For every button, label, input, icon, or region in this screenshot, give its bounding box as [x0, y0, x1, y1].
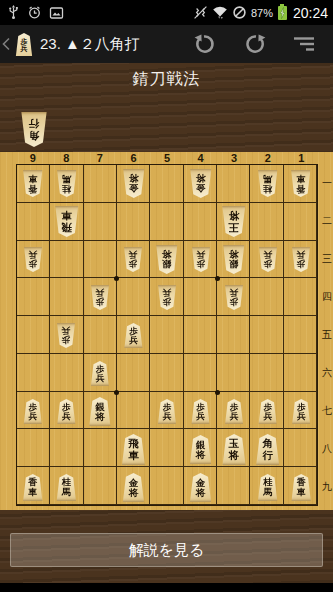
- board-cell-8-3[interactable]: [50, 241, 83, 279]
- undo-icon[interactable]: [193, 32, 217, 56]
- board-cell-1-4[interactable]: [284, 278, 317, 316]
- board-cell-9-4[interactable]: [17, 278, 50, 316]
- hoshi-dot: [215, 276, 220, 281]
- piece-kanji: 将: [229, 250, 239, 260]
- piece-kanji: 金: [196, 184, 206, 194]
- board-cell-3-1[interactable]: [217, 165, 250, 203]
- status-bar: 87% 20:24: [0, 0, 333, 25]
- board-cell-9-2[interactable]: [17, 203, 50, 241]
- piece-kanji: 将: [229, 210, 240, 221]
- piece-kanji: 兵: [96, 289, 105, 298]
- piece-kanji: 将: [196, 450, 206, 460]
- board-cell-6-4[interactable]: [117, 278, 150, 316]
- piece-kanji: 兵: [29, 412, 38, 421]
- board-cell-6-7[interactable]: [117, 392, 150, 430]
- board-cell-1-5[interactable]: [284, 316, 317, 354]
- board-cell-8-6[interactable]: [50, 354, 83, 392]
- hoshi-dot: [114, 276, 119, 281]
- rank-label: 四: [321, 278, 333, 316]
- piece-kanji: 歩: [297, 260, 306, 269]
- board-cell-4-5[interactable]: [184, 316, 217, 354]
- piece-kanji: 香: [297, 184, 306, 193]
- board-cell-5-2[interactable]: [150, 203, 183, 241]
- move-piece-icon-top-char: 歩: [21, 38, 28, 45]
- file-label: 3: [217, 152, 251, 164]
- piece-kanji: 兵: [129, 251, 138, 260]
- status-right-icons: 87% 20:24: [193, 5, 333, 21]
- rank-label: 七: [321, 392, 333, 430]
- piece-kanji: 兵: [263, 251, 272, 260]
- piece-kanji: 金: [129, 184, 139, 194]
- mute-icon: [193, 5, 208, 20]
- file-label: 9: [16, 152, 50, 164]
- hand-piece-top-char: 角: [29, 130, 40, 141]
- battery-charging-icon: [278, 6, 287, 20]
- current-move-label: 23. ▲２八角打: [40, 25, 140, 63]
- piece-kanji: 兵: [196, 412, 205, 421]
- piece-kanji: 車: [28, 488, 37, 497]
- board-cell-2-4[interactable]: [250, 278, 283, 316]
- piece-kanji: 兵: [163, 412, 172, 421]
- board-cell-7-3[interactable]: [84, 241, 117, 279]
- board-cell-1-2[interactable]: [284, 203, 317, 241]
- piece-kanji: 歩: [129, 260, 138, 269]
- hoshi-dot: [215, 390, 220, 395]
- board-cell-2-5[interactable]: [250, 316, 283, 354]
- file-labels: 987654321: [16, 152, 318, 164]
- piece-kanji: 兵: [196, 251, 205, 260]
- board-cell-1-6[interactable]: [284, 354, 317, 392]
- piece-kanji: 馬: [62, 174, 71, 183]
- battery-percent: 87%: [251, 7, 273, 19]
- piece-kanji: 車: [297, 174, 306, 183]
- move-piece-icon: 歩 兵: [15, 33, 33, 56]
- piece-kanji: 玉: [229, 438, 240, 449]
- piece-kanji: 将: [129, 174, 139, 184]
- piece-kanji: 飛: [61, 222, 72, 233]
- piece-kanji: 馬: [263, 488, 272, 497]
- piece-kanji: 歩: [196, 260, 205, 269]
- piece-kanji: 馬: [62, 488, 71, 497]
- piece-kanji: 飛: [128, 438, 139, 449]
- piece-kanji: 歩: [29, 260, 38, 269]
- piece-kanji: 兵: [230, 412, 239, 421]
- piece-kanji: 車: [128, 450, 139, 461]
- usb-icon: [7, 5, 20, 20]
- piece-kanji: 将: [196, 174, 206, 184]
- piece-kanji: 桂: [62, 184, 71, 193]
- piece-kanji: 兵: [62, 412, 71, 421]
- piece-kanji: 歩: [62, 336, 71, 345]
- file-label: 7: [83, 152, 117, 164]
- piece-kanji: 角: [262, 438, 273, 449]
- board-cell-4-6[interactable]: [184, 354, 217, 392]
- menu-icon[interactable]: [292, 32, 316, 56]
- piece-kanji: 歩: [96, 298, 105, 307]
- piece-kanji: 将: [229, 450, 240, 461]
- file-label: 6: [117, 152, 151, 164]
- board-cell-1-8[interactable]: [284, 429, 317, 467]
- piece-kanji: 将: [162, 250, 172, 260]
- piece-kanji: 銀: [196, 440, 206, 450]
- piece-kanji: 金: [129, 478, 139, 488]
- board-cell-2-2[interactable]: [250, 203, 283, 241]
- clock-time: 20:24: [293, 5, 328, 21]
- board-cell-5-6[interactable]: [150, 354, 183, 392]
- piece-kanji: 兵: [29, 251, 38, 260]
- back-chevron-icon[interactable]: [1, 37, 11, 51]
- wifi-icon: [212, 5, 228, 20]
- piece-kanji: 桂: [263, 184, 272, 193]
- nav-bar-strip: [0, 583, 333, 592]
- piece-kanji: 銀: [162, 260, 172, 270]
- file-label: 8: [50, 152, 84, 164]
- board-cell-7-5[interactable]: [84, 316, 117, 354]
- piece-kanji: 歩: [263, 260, 272, 269]
- rank-label: 九: [321, 468, 333, 506]
- view-commentary-label: 解説を見る: [129, 541, 205, 560]
- piece-kanji: 将: [129, 488, 139, 498]
- piece-kanji: 車: [297, 488, 306, 497]
- piece-kanji: 兵: [163, 289, 172, 298]
- board-cell-9-5[interactable]: [17, 316, 50, 354]
- board-cell-4-2[interactable]: [184, 203, 217, 241]
- board-cell-7-8[interactable]: [84, 429, 117, 467]
- board-cell-5-1[interactable]: [150, 165, 183, 203]
- board-cell-5-8[interactable]: [150, 429, 183, 467]
- rank-label: 八: [321, 430, 333, 468]
- piece-kanji: 歩: [163, 298, 172, 307]
- hand-piece-bottom-char: 行: [29, 118, 40, 129]
- piece-kanji: 将: [95, 412, 105, 422]
- piece-kanji: 将: [196, 488, 206, 498]
- board-cell-6-2[interactable]: [117, 203, 150, 241]
- board-cell-4-4[interactable]: [184, 278, 217, 316]
- board-cell-5-9[interactable]: [150, 467, 183, 505]
- piece-kanji: 王: [229, 222, 240, 233]
- piece-kanji: 車: [28, 174, 37, 183]
- piece-kanji: 兵: [230, 289, 239, 298]
- file-label: 2: [251, 152, 285, 164]
- rank-label: 一: [321, 164, 333, 202]
- board-cell-2-6[interactable]: [250, 354, 283, 392]
- board-cell-3-5[interactable]: [217, 316, 250, 354]
- rank-label: 六: [321, 354, 333, 392]
- board-cell-8-4[interactable]: [50, 278, 83, 316]
- piece-kanji: 車: [61, 210, 72, 221]
- toolbar: 歩 兵 23. ▲２八角打: [0, 25, 333, 64]
- piece-kanji: 兵: [297, 412, 306, 421]
- board-cell-7-1[interactable]: [84, 165, 117, 203]
- piece-kanji: 馬: [263, 174, 272, 183]
- alarm-clock-icon: [27, 5, 42, 20]
- board-cell-7-9[interactable]: [84, 467, 117, 505]
- file-label: 5: [150, 152, 184, 164]
- piece-kanji: 兵: [129, 336, 138, 345]
- file-label: 4: [184, 152, 218, 164]
- shogi-board: 987654321 一二三四五六七八九 香車桂馬金将金将桂馬香車飛車王将歩兵歩兵…: [0, 152, 333, 510]
- screenshot-icon: [49, 6, 64, 20]
- redo-icon[interactable]: [243, 32, 267, 56]
- board-cell-3-9[interactable]: [217, 467, 250, 505]
- piece-kanji: 兵: [62, 327, 71, 336]
- status-left-icons: [0, 5, 64, 20]
- no-signal-icon: [232, 5, 247, 20]
- board-cell-9-8[interactable]: [17, 429, 50, 467]
- piece-kanji: 兵: [263, 412, 272, 421]
- view-commentary-button[interactable]: 解説を見る: [10, 533, 323, 567]
- board-cell-8-8[interactable]: [50, 429, 83, 467]
- piece-kanji: 兵: [297, 251, 306, 260]
- move-piece-icon-bottom-char: 兵: [21, 45, 28, 52]
- piece-kanji: 歩: [230, 298, 239, 307]
- rank-label: 五: [321, 316, 333, 354]
- board-cell-5-5[interactable]: [150, 316, 183, 354]
- rank-label: 二: [321, 202, 333, 240]
- rank-label: 三: [321, 240, 333, 278]
- board-cell-7-2[interactable]: [84, 203, 117, 241]
- piece-kanji: 香: [28, 184, 37, 193]
- piece-kanji: 金: [196, 478, 206, 488]
- strategy-title: 錆刀戦法: [0, 69, 333, 90]
- board-cell-3-6[interactable]: [217, 354, 250, 392]
- piece-kanji: 行: [262, 450, 273, 461]
- file-label: 1: [285, 152, 319, 164]
- board-cell-6-6[interactable]: [117, 354, 150, 392]
- board-cell-9-6[interactable]: [17, 354, 50, 392]
- hoshi-dot: [114, 390, 119, 395]
- piece-kanji: 銀: [95, 402, 105, 412]
- piece-kanji: 兵: [96, 374, 105, 383]
- rank-labels: 一二三四五六七八九: [321, 164, 333, 506]
- piece-kanji: 銀: [229, 260, 239, 270]
- app-screen: 87% 20:24 歩 兵 23. ▲２八角打: [0, 0, 333, 592]
